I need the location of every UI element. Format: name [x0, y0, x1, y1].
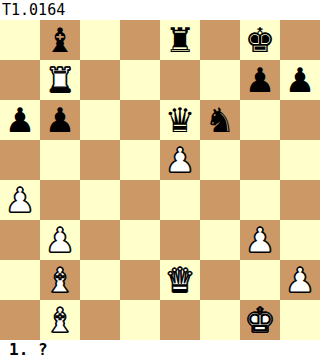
puzzle-title: T1.0164 [0, 0, 320, 20]
square-b4[interactable] [40, 180, 80, 220]
square-h6[interactable] [280, 100, 320, 140]
square-h3[interactable] [280, 220, 320, 260]
square-e2[interactable]: ♛ [160, 260, 200, 300]
square-g4[interactable] [240, 180, 280, 220]
square-e4[interactable] [160, 180, 200, 220]
square-c8[interactable] [80, 20, 120, 60]
square-e5[interactable]: ♟ [160, 140, 200, 180]
black-pawn: ♟ [45, 103, 75, 137]
square-h8[interactable] [280, 20, 320, 60]
square-b7[interactable]: ♜ [40, 60, 80, 100]
white-bishop: ♝ [45, 303, 75, 337]
square-e8[interactable]: ♜ [160, 20, 200, 60]
square-g8[interactable]: ♚ [240, 20, 280, 60]
white-pawn: ♟ [45, 223, 75, 257]
square-c4[interactable] [80, 180, 120, 220]
square-h1[interactable] [280, 300, 320, 340]
square-f3[interactable] [200, 220, 240, 260]
black-pawn: ♟ [245, 63, 275, 97]
square-a7[interactable] [0, 60, 40, 100]
white-pawn: ♟ [245, 223, 275, 257]
square-d2[interactable] [120, 260, 160, 300]
square-f6[interactable]: ♞ [200, 100, 240, 140]
white-pawn: ♟ [285, 263, 315, 297]
square-g3[interactable]: ♟ [240, 220, 280, 260]
chess-diagram: T1.0164 ♝♜♚♜♟♟♟♟♛♞♟♟♟♟♝♛♟♝♚ 1. ? [0, 0, 320, 360]
black-pawn: ♟ [5, 103, 35, 137]
square-f7[interactable] [200, 60, 240, 100]
white-king: ♚ [245, 303, 275, 337]
square-a8[interactable] [0, 20, 40, 60]
square-b5[interactable] [40, 140, 80, 180]
square-b3[interactable]: ♟ [40, 220, 80, 260]
square-h2[interactable]: ♟ [280, 260, 320, 300]
square-a4[interactable]: ♟ [0, 180, 40, 220]
move-prompt: 1. ? [0, 340, 320, 360]
square-a1[interactable] [0, 300, 40, 340]
square-d4[interactable] [120, 180, 160, 220]
black-bishop: ♝ [45, 23, 75, 57]
square-f8[interactable] [200, 20, 240, 60]
square-c3[interactable] [80, 220, 120, 260]
square-b2[interactable]: ♝ [40, 260, 80, 300]
black-rook: ♜ [165, 23, 195, 57]
square-b6[interactable]: ♟ [40, 100, 80, 140]
square-e7[interactable] [160, 60, 200, 100]
square-c5[interactable] [80, 140, 120, 180]
square-g2[interactable] [240, 260, 280, 300]
square-a2[interactable] [0, 260, 40, 300]
square-b8[interactable]: ♝ [40, 20, 80, 60]
square-f4[interactable] [200, 180, 240, 220]
square-a5[interactable] [0, 140, 40, 180]
black-queen: ♛ [165, 103, 195, 137]
square-c6[interactable] [80, 100, 120, 140]
square-g7[interactable]: ♟ [240, 60, 280, 100]
square-e3[interactable] [160, 220, 200, 260]
white-queen: ♛ [165, 263, 195, 297]
square-f2[interactable] [200, 260, 240, 300]
square-h7[interactable]: ♟ [280, 60, 320, 100]
square-d6[interactable] [120, 100, 160, 140]
square-c2[interactable] [80, 260, 120, 300]
square-d7[interactable] [120, 60, 160, 100]
square-d3[interactable] [120, 220, 160, 260]
black-knight: ♞ [205, 103, 235, 137]
square-g5[interactable] [240, 140, 280, 180]
white-rook: ♜ [45, 63, 75, 97]
square-a6[interactable]: ♟ [0, 100, 40, 140]
white-bishop: ♝ [45, 263, 75, 297]
square-e1[interactable] [160, 300, 200, 340]
white-pawn: ♟ [165, 143, 195, 177]
square-h5[interactable] [280, 140, 320, 180]
chess-board: ♝♜♚♜♟♟♟♟♛♞♟♟♟♟♝♛♟♝♚ [0, 20, 320, 340]
square-d1[interactable] [120, 300, 160, 340]
square-f5[interactable] [200, 140, 240, 180]
square-e6[interactable]: ♛ [160, 100, 200, 140]
black-pawn: ♟ [285, 63, 315, 97]
square-g1[interactable]: ♚ [240, 300, 280, 340]
black-king: ♚ [245, 23, 275, 57]
square-f1[interactable] [200, 300, 240, 340]
square-g6[interactable] [240, 100, 280, 140]
square-d5[interactable] [120, 140, 160, 180]
square-b1[interactable]: ♝ [40, 300, 80, 340]
square-a3[interactable] [0, 220, 40, 260]
square-c7[interactable] [80, 60, 120, 100]
white-pawn: ♟ [5, 183, 35, 217]
square-c1[interactable] [80, 300, 120, 340]
square-d8[interactable] [120, 20, 160, 60]
square-h4[interactable] [280, 180, 320, 220]
